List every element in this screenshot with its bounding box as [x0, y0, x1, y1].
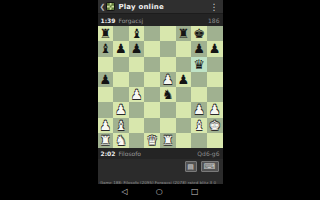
square-g7[interactable]: ♟	[191, 41, 207, 56]
square-b2[interactable]: ♝	[113, 118, 129, 133]
square-b7[interactable]: ♟	[113, 41, 129, 56]
controls-row: ▤ ⌨	[98, 159, 223, 174]
square-a8[interactable]: ♜	[98, 26, 114, 41]
square-e4[interactable]: ♞	[160, 87, 176, 102]
white-pawn: ♟	[131, 88, 143, 101]
app-icon[interactable]	[106, 2, 115, 11]
back-chevron-icon[interactable]: ❮	[100, 0, 106, 14]
square-h2[interactable]: ♚	[207, 118, 223, 133]
white-pawn: ♟	[99, 119, 111, 132]
square-e1[interactable]: ♜	[160, 133, 176, 148]
top-player-name: Forgacsj	[118, 17, 143, 24]
white-king: ♚	[209, 119, 221, 132]
black-knight: ♞	[162, 88, 174, 101]
black-pawn: ♟	[178, 73, 190, 86]
square-f4[interactable]	[176, 87, 192, 102]
square-h6[interactable]	[207, 57, 223, 72]
square-f3[interactable]	[176, 102, 192, 117]
square-g1[interactable]	[191, 133, 207, 148]
square-g6[interactable]: ♛	[191, 57, 207, 72]
keyboard-icon: ⌨	[204, 162, 216, 171]
black-rook: ♜	[178, 27, 190, 40]
square-e3[interactable]	[160, 102, 176, 117]
white-pawn: ♟	[115, 103, 127, 116]
square-a3[interactable]	[98, 102, 114, 117]
white-bishop: ♝	[193, 119, 205, 132]
white-pawn: ♟	[162, 73, 174, 86]
square-d2[interactable]	[144, 118, 160, 133]
square-c1[interactable]	[129, 133, 145, 148]
white-pawn: ♟	[209, 103, 221, 116]
square-h7[interactable]: ♟	[207, 41, 223, 56]
square-g4[interactable]	[191, 87, 207, 102]
black-pawn: ♟	[131, 42, 143, 55]
page-title: Play online	[118, 3, 164, 11]
last-move-text: Qd6-g6	[197, 150, 219, 157]
square-a4[interactable]	[98, 87, 114, 102]
black-pawn: ♟	[99, 73, 111, 86]
status-line: Game 188: Filosofo (2095) Forgacsj (2078…	[98, 174, 223, 184]
square-d4[interactable]	[144, 87, 160, 102]
android-nav-bar: ◁ ○ □	[98, 184, 223, 200]
square-d1[interactable]: ♛	[144, 133, 160, 148]
white-bishop: ♝	[115, 119, 127, 132]
black-pawn: ♟	[193, 42, 205, 55]
square-b4[interactable]	[113, 87, 129, 102]
game-status-text: Game 188: Filosofo (2095) Forgacsj (2078…	[98, 179, 223, 184]
move-list-button[interactable]: ▤	[185, 161, 197, 172]
black-bishop: ♝	[99, 42, 111, 55]
black-pawn: ♟	[115, 42, 127, 55]
square-c4[interactable]: ♟	[129, 87, 145, 102]
square-h3[interactable]: ♟	[207, 102, 223, 117]
square-c5[interactable]	[129, 72, 145, 87]
square-h8[interactable]	[207, 26, 223, 41]
bottom-player-name: Filosofo	[118, 150, 141, 157]
square-h5[interactable]	[207, 72, 223, 87]
square-d6[interactable]	[144, 57, 160, 72]
square-f6[interactable]	[176, 57, 192, 72]
square-d8[interactable]	[144, 26, 160, 41]
square-a2[interactable]: ♟	[98, 118, 114, 133]
square-c7[interactable]: ♟	[129, 41, 145, 56]
square-d5[interactable]	[144, 72, 160, 87]
overflow-menu-icon[interactable]: ⋮	[208, 0, 221, 14]
white-rook: ♜	[162, 134, 174, 147]
square-b5[interactable]	[113, 72, 129, 87]
square-g5[interactable]	[191, 72, 207, 87]
chess-board[interactable]: ♜♝♜♚♝♟♟♟♟♛♟♟♟♟♞♟♟♟♟♝♝♚♜♞♛♜	[98, 26, 223, 148]
square-e6[interactable]	[160, 57, 176, 72]
white-rook: ♜	[99, 134, 111, 147]
top-player-right-text: 186	[208, 17, 219, 24]
square-g8[interactable]: ♚	[191, 26, 207, 41]
square-e5[interactable]: ♟	[160, 72, 176, 87]
square-g2[interactable]: ♝	[191, 118, 207, 133]
keyboard-button[interactable]: ⌨	[201, 161, 219, 172]
square-d7[interactable]	[144, 41, 160, 56]
app-window: ❮ Play online ⋮ 1:39 Forgacsj 186 ♜♝♜♚♝♟…	[98, 0, 223, 200]
square-a5[interactable]: ♟	[98, 72, 114, 87]
nav-back-icon[interactable]: ◁	[122, 184, 128, 200]
square-f1[interactable]	[176, 133, 192, 148]
white-knight: ♞	[115, 134, 127, 147]
square-c2[interactable]	[129, 118, 145, 133]
square-c6[interactable]	[129, 57, 145, 72]
action-bar: ❮ Play online ⋮	[98, 0, 223, 14]
black-pawn: ♟	[209, 42, 221, 55]
square-b6[interactable]	[113, 57, 129, 72]
square-f8[interactable]: ♜	[176, 26, 192, 41]
square-h1[interactable]	[207, 133, 223, 148]
square-b1[interactable]: ♞	[113, 133, 129, 148]
black-bishop: ♝	[131, 27, 143, 40]
square-g3[interactable]: ♟	[191, 102, 207, 117]
square-c8[interactable]: ♝	[129, 26, 145, 41]
square-f7[interactable]	[176, 41, 192, 56]
square-f5[interactable]: ♟	[176, 72, 192, 87]
square-b8[interactable]	[113, 26, 129, 41]
white-queen: ♛	[146, 134, 158, 147]
square-e7[interactable]	[160, 41, 176, 56]
square-a1[interactable]: ♜	[98, 133, 114, 148]
square-h4[interactable]	[207, 87, 223, 102]
top-player-bar: 1:39 Forgacsj 186	[98, 14, 223, 26]
square-d3[interactable]	[144, 102, 160, 117]
bottom-player-bar: 2:02 Filosofo Qd6-g6	[98, 148, 223, 159]
square-b3[interactable]: ♟	[113, 102, 129, 117]
square-e8[interactable]	[160, 26, 176, 41]
square-e2[interactable]	[160, 118, 176, 133]
black-king: ♚	[193, 27, 205, 40]
nav-home-icon[interactable]: ○	[156, 184, 163, 200]
top-player-clock: 1:39	[101, 17, 116, 24]
black-queen: ♛	[193, 58, 205, 71]
square-c3[interactable]	[129, 102, 145, 117]
move-list-icon: ▤	[187, 163, 194, 171]
square-a7[interactable]: ♝	[98, 41, 114, 56]
square-a6[interactable]	[98, 57, 114, 72]
nav-recents-icon[interactable]: □	[191, 184, 199, 200]
square-f2[interactable]	[176, 118, 192, 133]
bottom-player-clock: 2:02	[101, 150, 116, 157]
white-pawn: ♟	[193, 103, 205, 116]
black-rook: ♜	[99, 27, 111, 40]
